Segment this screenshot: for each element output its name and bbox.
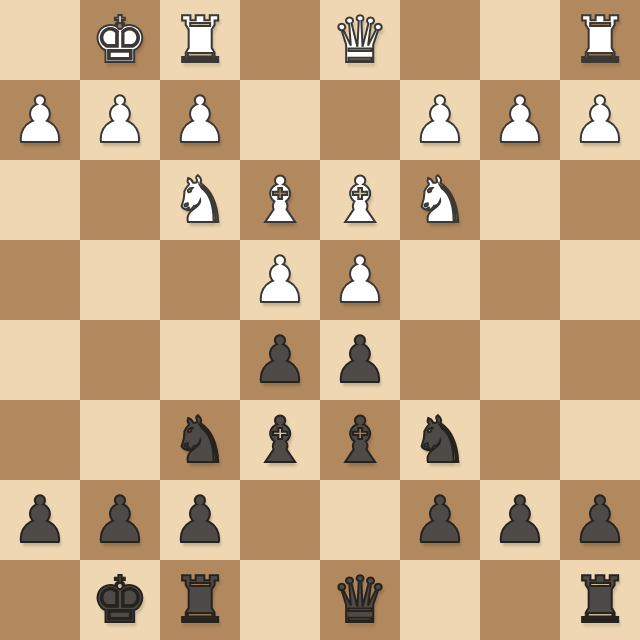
square-b8[interactable] xyxy=(480,560,560,640)
black-rook-icon[interactable]: ♜ xyxy=(171,568,228,632)
black-pawn-icon[interactable]: ♟ xyxy=(171,488,228,552)
square-a5[interactable] xyxy=(560,320,640,400)
square-d4[interactable]: ♟ xyxy=(320,240,400,320)
square-d7[interactable] xyxy=(320,480,400,560)
square-f7[interactable]: ♟ xyxy=(160,480,240,560)
white-queen-icon[interactable]: ♛ xyxy=(331,8,388,72)
white-pawn-icon[interactable]: ♟ xyxy=(571,88,628,152)
black-pawn-icon[interactable]: ♟ xyxy=(91,488,148,552)
white-knight-icon[interactable]: ♞ xyxy=(171,168,228,232)
white-pawn-icon[interactable]: ♟ xyxy=(11,88,68,152)
white-king-icon[interactable]: ♚ xyxy=(91,8,148,72)
square-b3[interactable] xyxy=(480,160,560,240)
square-e2[interactable] xyxy=(240,80,320,160)
black-queen-icon[interactable]: ♛ xyxy=(331,568,388,632)
white-pawn-icon[interactable]: ♟ xyxy=(251,248,308,312)
square-a2[interactable]: ♟ xyxy=(560,80,640,160)
square-h7[interactable]: ♟ xyxy=(0,480,80,560)
black-king-icon[interactable]: ♚ xyxy=(91,568,148,632)
black-pawn-icon[interactable]: ♟ xyxy=(411,488,468,552)
square-d2[interactable] xyxy=(320,80,400,160)
square-c8[interactable] xyxy=(400,560,480,640)
square-d8[interactable]: ♛ xyxy=(320,560,400,640)
square-e7[interactable] xyxy=(240,480,320,560)
square-d3[interactable]: ♝ xyxy=(320,160,400,240)
square-f4[interactable] xyxy=(160,240,240,320)
square-h4[interactable] xyxy=(0,240,80,320)
black-rook-icon[interactable]: ♜ xyxy=(571,568,628,632)
square-e5[interactable]: ♟ xyxy=(240,320,320,400)
square-h8[interactable] xyxy=(0,560,80,640)
black-pawn-icon[interactable]: ♟ xyxy=(331,328,388,392)
black-knight-icon[interactable]: ♞ xyxy=(171,408,228,472)
square-g3[interactable] xyxy=(80,160,160,240)
square-f8[interactable]: ♜ xyxy=(160,560,240,640)
square-b4[interactable] xyxy=(480,240,560,320)
black-pawn-icon[interactable]: ♟ xyxy=(251,328,308,392)
white-bishop-icon[interactable]: ♝ xyxy=(331,168,388,232)
square-e3[interactable]: ♝ xyxy=(240,160,320,240)
square-e6[interactable]: ♝ xyxy=(240,400,320,480)
square-c1[interactable] xyxy=(400,0,480,80)
white-bishop-icon[interactable]: ♝ xyxy=(251,168,308,232)
square-f5[interactable] xyxy=(160,320,240,400)
square-d5[interactable]: ♟ xyxy=(320,320,400,400)
square-a1[interactable]: ♜ xyxy=(560,0,640,80)
square-h6[interactable] xyxy=(0,400,80,480)
white-rook-icon[interactable]: ♜ xyxy=(571,8,628,72)
square-b6[interactable] xyxy=(480,400,560,480)
white-pawn-icon[interactable]: ♟ xyxy=(171,88,228,152)
square-c5[interactable] xyxy=(400,320,480,400)
square-c6[interactable]: ♞ xyxy=(400,400,480,480)
black-pawn-icon[interactable]: ♟ xyxy=(491,488,548,552)
square-d6[interactable]: ♝ xyxy=(320,400,400,480)
square-d1[interactable]: ♛ xyxy=(320,0,400,80)
black-pawn-icon[interactable]: ♟ xyxy=(11,488,68,552)
square-c4[interactable] xyxy=(400,240,480,320)
square-c3[interactable]: ♞ xyxy=(400,160,480,240)
square-e8[interactable] xyxy=(240,560,320,640)
square-f2[interactable]: ♟ xyxy=(160,80,240,160)
square-g1[interactable]: ♚ xyxy=(80,0,160,80)
square-g6[interactable] xyxy=(80,400,160,480)
white-rook-icon[interactable]: ♜ xyxy=(171,8,228,72)
white-knight-icon[interactable]: ♞ xyxy=(411,168,468,232)
square-e4[interactable]: ♟ xyxy=(240,240,320,320)
square-g7[interactable]: ♟ xyxy=(80,480,160,560)
black-bishop-icon[interactable]: ♝ xyxy=(251,408,308,472)
square-h5[interactable] xyxy=(0,320,80,400)
square-c7[interactable]: ♟ xyxy=(400,480,480,560)
square-a4[interactable] xyxy=(560,240,640,320)
square-h1[interactable] xyxy=(0,0,80,80)
square-a8[interactable]: ♜ xyxy=(560,560,640,640)
square-g5[interactable] xyxy=(80,320,160,400)
square-e1[interactable] xyxy=(240,0,320,80)
square-b5[interactable] xyxy=(480,320,560,400)
black-pawn-icon[interactable]: ♟ xyxy=(571,488,628,552)
square-f1[interactable]: ♜ xyxy=(160,0,240,80)
square-g2[interactable]: ♟ xyxy=(80,80,160,160)
white-pawn-icon[interactable]: ♟ xyxy=(91,88,148,152)
square-c2[interactable]: ♟ xyxy=(400,80,480,160)
square-a3[interactable] xyxy=(560,160,640,240)
white-pawn-icon[interactable]: ♟ xyxy=(411,88,468,152)
black-bishop-icon[interactable]: ♝ xyxy=(331,408,388,472)
square-h3[interactable] xyxy=(0,160,80,240)
black-knight-icon[interactable]: ♞ xyxy=(411,408,468,472)
square-b1[interactable] xyxy=(480,0,560,80)
square-g4[interactable] xyxy=(80,240,160,320)
square-f6[interactable]: ♞ xyxy=(160,400,240,480)
square-g8[interactable]: ♚ xyxy=(80,560,160,640)
square-a6[interactable] xyxy=(560,400,640,480)
square-a7[interactable]: ♟ xyxy=(560,480,640,560)
square-h2[interactable]: ♟ xyxy=(0,80,80,160)
square-f3[interactable]: ♞ xyxy=(160,160,240,240)
white-pawn-icon[interactable]: ♟ xyxy=(331,248,388,312)
square-b7[interactable]: ♟ xyxy=(480,480,560,560)
chess-board: ♚♜♛♜♟♟♟♟♟♟♞♝♝♞♟♟♟♟♞♝♝♞♟♟♟♟♟♟♚♜♛♜ xyxy=(0,0,640,640)
white-pawn-icon[interactable]: ♟ xyxy=(491,88,548,152)
square-b2[interactable]: ♟ xyxy=(480,80,560,160)
